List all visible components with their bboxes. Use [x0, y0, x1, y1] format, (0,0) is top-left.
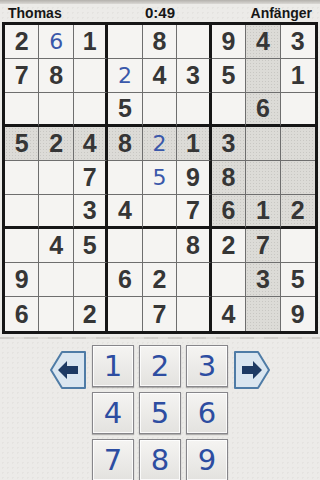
- cell-r5c3[interactable]: 7: [74, 161, 108, 195]
- cell-r8c3[interactable]: [74, 263, 108, 297]
- cell-r3c6[interactable]: [177, 93, 211, 127]
- cell-r4c6[interactable]: 1: [177, 127, 211, 161]
- cell-r5c2[interactable]: [39, 161, 73, 195]
- cell-r1c2[interactable]: 6: [39, 25, 73, 59]
- cell-r5c5[interactable]: 5: [143, 161, 177, 195]
- cell-r8c2[interactable]: [39, 263, 73, 297]
- cell-r9c8[interactable]: [246, 297, 280, 331]
- arrow-left-icon: [49, 350, 87, 390]
- cell-r5c4[interactable]: [108, 161, 142, 195]
- cell-r6c1[interactable]: [5, 195, 39, 229]
- cell-r7c6[interactable]: 8: [177, 229, 211, 263]
- cell-r2c6[interactable]: 3: [177, 59, 211, 93]
- cell-r2c2[interactable]: 8: [39, 59, 73, 93]
- cell-r2c9[interactable]: 1: [281, 59, 315, 93]
- key-6[interactable]: 6: [186, 392, 228, 434]
- cell-r9c9[interactable]: 9: [281, 297, 315, 331]
- cell-r1c8[interactable]: 4: [246, 25, 280, 59]
- cell-r5c1[interactable]: [5, 161, 39, 195]
- sudoku-grid: 2618943782435156524821375983476124582796…: [2, 22, 318, 334]
- cell-r8c7[interactable]: [212, 263, 246, 297]
- cell-r3c8[interactable]: 6: [246, 93, 280, 127]
- cell-r4c7[interactable]: 3: [212, 127, 246, 161]
- cell-r5c8[interactable]: [246, 161, 280, 195]
- cell-r6c8[interactable]: 1: [246, 195, 280, 229]
- cell-r6c6[interactable]: 7: [177, 195, 211, 229]
- cell-r7c1[interactable]: [5, 229, 39, 263]
- sudoku-app: { "header": { "player": "Thomas", "timer…: [0, 0, 320, 480]
- cell-r7c4[interactable]: [108, 229, 142, 263]
- cell-r3c1[interactable]: [5, 93, 39, 127]
- key-5[interactable]: 5: [139, 392, 181, 434]
- cell-r1c7[interactable]: 9: [212, 25, 246, 59]
- redo-arrow-button[interactable]: [233, 350, 271, 390]
- cell-r2c5[interactable]: 4: [143, 59, 177, 93]
- cell-r9c6[interactable]: [177, 297, 211, 331]
- player-name: Thomas: [8, 5, 109, 21]
- cell-r6c3[interactable]: 3: [74, 195, 108, 229]
- cell-r2c7[interactable]: 5: [212, 59, 246, 93]
- key-4[interactable]: 4: [92, 392, 134, 434]
- cell-r8c8[interactable]: 3: [246, 263, 280, 297]
- cell-r7c5[interactable]: [143, 229, 177, 263]
- cell-r9c2[interactable]: [39, 297, 73, 331]
- key-1[interactable]: 1: [92, 345, 134, 387]
- cell-r4c3[interactable]: 4: [74, 127, 108, 161]
- cell-r7c3[interactable]: 5: [74, 229, 108, 263]
- cell-r4c9[interactable]: [281, 127, 315, 161]
- key-2[interactable]: 2: [139, 345, 181, 387]
- cell-r2c1[interactable]: 7: [5, 59, 39, 93]
- cell-r6c2[interactable]: [39, 195, 73, 229]
- keypad-row: 456: [92, 392, 228, 434]
- game-timer: 0:49: [109, 4, 210, 21]
- cell-r1c3[interactable]: 1: [74, 25, 108, 59]
- cell-r3c4[interactable]: 5: [108, 93, 142, 127]
- cell-r4c5[interactable]: 2: [143, 127, 177, 161]
- cell-r6c7[interactable]: 6: [212, 195, 246, 229]
- cell-r9c1[interactable]: 6: [5, 297, 39, 331]
- cell-r5c7[interactable]: 8: [212, 161, 246, 195]
- cell-r9c7[interactable]: 4: [212, 297, 246, 331]
- cell-r1c5[interactable]: 8: [143, 25, 177, 59]
- cell-r8c4[interactable]: 6: [108, 263, 142, 297]
- cell-r7c7[interactable]: 2: [212, 229, 246, 263]
- keypad-row: 123: [92, 345, 228, 387]
- cell-r3c7[interactable]: [212, 93, 246, 127]
- cell-r3c9[interactable]: [281, 93, 315, 127]
- cell-r1c6[interactable]: [177, 25, 211, 59]
- cell-r8c1[interactable]: 9: [5, 263, 39, 297]
- key-9[interactable]: 9: [186, 439, 228, 480]
- cell-r5c9[interactable]: [281, 161, 315, 195]
- cell-r9c5[interactable]: 7: [143, 297, 177, 331]
- cell-r3c2[interactable]: [39, 93, 73, 127]
- cell-r8c5[interactable]: 2: [143, 263, 177, 297]
- number-keypad: 123456789: [0, 345, 320, 480]
- cell-r4c2[interactable]: 2: [39, 127, 73, 161]
- cell-r2c8[interactable]: [246, 59, 280, 93]
- key-7[interactable]: 7: [92, 439, 134, 480]
- cell-r1c9[interactable]: 3: [281, 25, 315, 59]
- cell-r3c3[interactable]: [74, 93, 108, 127]
- keypad-row: 789: [92, 439, 228, 480]
- cell-r6c4[interactable]: 4: [108, 195, 142, 229]
- key-8[interactable]: 8: [139, 439, 181, 480]
- difficulty-label: Anfänger: [211, 5, 312, 21]
- cell-r4c4[interactable]: 8: [108, 127, 142, 161]
- cell-r6c9[interactable]: 2: [281, 195, 315, 229]
- key-3[interactable]: 3: [186, 345, 228, 387]
- cell-r7c2[interactable]: 4: [39, 229, 73, 263]
- cell-r1c4[interactable]: [108, 25, 142, 59]
- undo-arrow-button[interactable]: [49, 350, 87, 390]
- cell-r4c1[interactable]: 5: [5, 127, 39, 161]
- status-bar: Thomas 0:49 Anfänger: [0, 3, 320, 22]
- cell-r8c9[interactable]: 5: [281, 263, 315, 297]
- cell-r4c8[interactable]: [246, 127, 280, 161]
- cell-r5c6[interactable]: 9: [177, 161, 211, 195]
- cell-r8c6[interactable]: [177, 263, 211, 297]
- arrow-right-icon: [233, 350, 271, 390]
- cell-r6c5[interactable]: [143, 195, 177, 229]
- cell-r9c3[interactable]: 2: [74, 297, 108, 331]
- cell-r3c5[interactable]: [143, 93, 177, 127]
- torn-paper-divider: [0, 337, 320, 339]
- cell-r9c4[interactable]: [108, 297, 142, 331]
- cell-r2c3[interactable]: [74, 59, 108, 93]
- cell-r7c9[interactable]: [281, 229, 315, 263]
- cell-r1c1[interactable]: 2: [5, 25, 39, 59]
- cell-r7c8[interactable]: 7: [246, 229, 280, 263]
- cell-r2c4[interactable]: 2: [108, 59, 142, 93]
